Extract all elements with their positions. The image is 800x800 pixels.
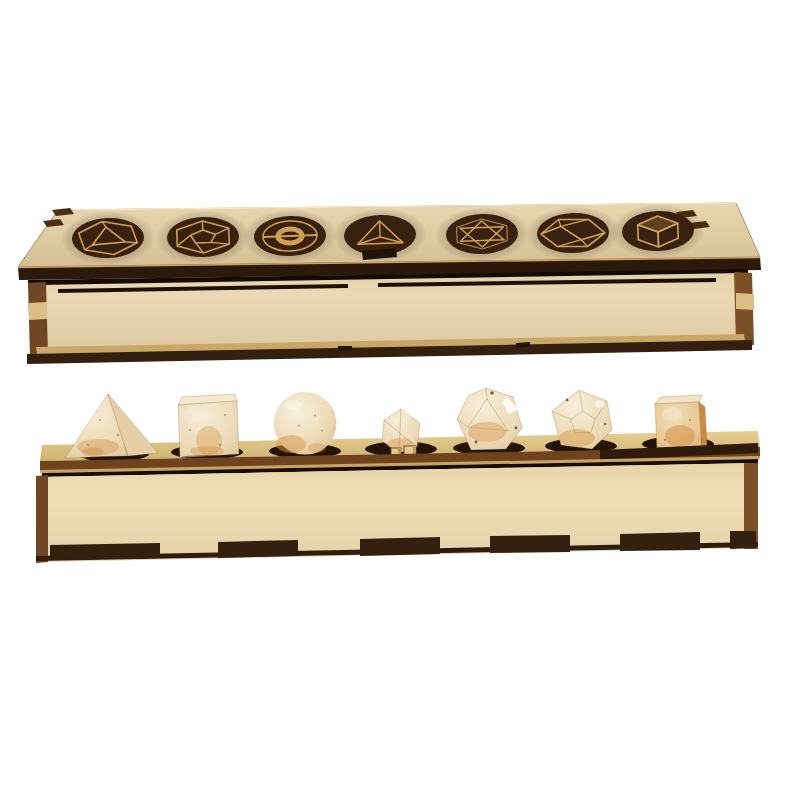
die-cube bbox=[178, 394, 239, 460]
product-photo bbox=[0, 0, 800, 800]
box2-left-endcap bbox=[36, 475, 48, 563]
die-cube2 bbox=[652, 395, 707, 454]
die-tetrahedron bbox=[65, 394, 158, 461]
body-right-tab bbox=[736, 293, 754, 310]
closed-dice-box bbox=[18, 202, 761, 364]
body-left-tab bbox=[29, 302, 47, 320]
dice-box-scene bbox=[0, 0, 800, 800]
open-dice-box bbox=[36, 388, 760, 563]
